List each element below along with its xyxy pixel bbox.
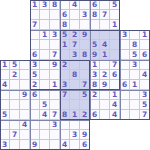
cell-r2c10[interactable] — [100, 20, 110, 30]
cell-r9c7[interactable] — [70, 90, 80, 100]
given-digit-r3c7: 2 — [70, 30, 80, 40]
cell-r10c2[interactable] — [20, 100, 30, 110]
given-digit-r5c9: 9 — [90, 50, 100, 60]
cell-r3c13[interactable] — [130, 30, 140, 40]
given-digit-r9c14: 3 — [140, 90, 150, 100]
cell-r12c4[interactable] — [40, 120, 50, 130]
cell-r12c7[interactable] — [70, 120, 80, 130]
cell-r9c12[interactable] — [120, 90, 130, 100]
cell-r10c5[interactable] — [50, 100, 60, 110]
given-digit-r3c5: 3 — [50, 30, 60, 40]
given-digit-r8c5: 1 — [50, 80, 60, 90]
given-digit-r14c6: 4 — [60, 140, 70, 150]
given-digit-r0c9: 6 — [90, 0, 100, 10]
given-digit-r12c5: 3 — [50, 120, 60, 130]
cell-r8c2[interactable] — [20, 80, 30, 90]
cell-r10c6[interactable] — [60, 100, 70, 110]
cell-r3c3[interactable] — [30, 30, 40, 40]
given-digit-r13c1: 7 — [10, 130, 20, 140]
given-digit-r5c5: 7 — [50, 50, 60, 60]
given-digit-r10c14: 5 — [140, 100, 150, 110]
cell-r1c7[interactable] — [70, 10, 80, 20]
given-digit-r14c8: 6 — [80, 140, 90, 150]
cell-r5c11[interactable] — [110, 50, 120, 60]
given-digit-r11c8: 2 — [80, 110, 90, 120]
given-digit-r6c11: 7 — [110, 60, 120, 70]
given-digit-r9c8: 5 — [80, 90, 90, 100]
given-digit-r6c5: 9 — [50, 60, 60, 70]
cell-r14c2[interactable] — [20, 140, 30, 150]
cell-r7c12[interactable] — [120, 70, 130, 80]
cell-r6c7[interactable] — [70, 60, 80, 70]
given-digit-r10c11: 4 — [110, 100, 120, 110]
given-digit-r5c14: 6 — [140, 50, 150, 60]
given-digit-r4c7: 7 — [70, 40, 80, 50]
given-digit-r1c6: 6 — [60, 10, 70, 20]
cell-r2c5[interactable] — [50, 20, 60, 30]
given-digit-r5c3: 6 — [30, 50, 40, 60]
given-digit-r9c2: 9 — [20, 90, 30, 100]
cell-r1c11[interactable] — [110, 10, 120, 20]
cell-r5c12[interactable] — [120, 50, 130, 60]
given-digit-r8c9: 8 — [90, 80, 100, 90]
cell-r8c14[interactable] — [140, 80, 150, 90]
cell-r7c8[interactable] — [80, 70, 90, 80]
cell-r2c7[interactable] — [70, 20, 80, 30]
cell-r8c4[interactable] — [40, 80, 50, 90]
given-digit-r1c8: 3 — [80, 10, 90, 20]
cell-r2c9[interactable] — [90, 20, 100, 30]
given-digit-r9c9: 2 — [90, 90, 100, 100]
given-digit-r8c8: 7 — [80, 80, 90, 90]
given-digit-r3c4: 1 — [40, 30, 50, 40]
cell-r1c5[interactable] — [50, 10, 60, 20]
cell-r8c7[interactable] — [70, 80, 80, 90]
cell-r4c14[interactable] — [140, 40, 150, 50]
given-digit-r5c8: 8 — [80, 50, 90, 60]
cell-r4c8[interactable] — [80, 40, 90, 50]
cell-r11c13[interactable] — [130, 110, 140, 120]
cell-r10c9[interactable] — [90, 100, 100, 110]
given-digit-r3c14: 1 — [140, 30, 150, 40]
given-digit-r14c3: 9 — [30, 140, 40, 150]
given-digit-r6c0: 1 — [0, 60, 10, 70]
given-digit-r7c9: 3 — [90, 70, 100, 80]
given-digit-r8c12: 6 — [120, 80, 130, 90]
given-digit-r6c9: 1 — [90, 60, 100, 70]
cell-r1c4[interactable] — [40, 10, 50, 20]
cell-r4c3[interactable] — [30, 40, 40, 50]
cell-r5c4[interactable] — [40, 50, 50, 60]
cell-r12c1[interactable] — [10, 120, 20, 130]
cell-r9c4[interactable] — [40, 90, 50, 100]
cell-r4c12[interactable] — [120, 40, 130, 50]
cell-r13c3[interactable] — [30, 130, 40, 140]
given-digit-r4c9: 5 — [90, 40, 100, 50]
given-digit-r11c4: 4 — [40, 110, 50, 120]
given-digit-r7c14: 4 — [140, 70, 150, 80]
given-digit-r0c5: 8 — [50, 0, 60, 10]
given-digit-r7c10: 2 — [100, 70, 110, 80]
cell-r0c8[interactable] — [80, 0, 90, 10]
puzzle-board: 1384656387781135293117548673891561539217… — [0, 0, 150, 150]
cell-r13c5[interactable] — [50, 130, 60, 140]
cell-r3c10[interactable] — [100, 30, 110, 40]
given-digit-r7c1: 2 — [10, 70, 20, 80]
cell-r6c4[interactable] — [40, 60, 50, 70]
cell-r13c0[interactable] — [0, 130, 10, 140]
cell-r9c13[interactable] — [130, 90, 140, 100]
given-digit-r2c6: 8 — [60, 20, 70, 30]
cell-r12c3[interactable] — [30, 120, 40, 130]
given-digit-r0c4: 3 — [40, 0, 50, 10]
given-digit-r9c6: 7 — [60, 90, 70, 100]
given-digit-r3c12: 3 — [120, 30, 130, 40]
cell-r10c3[interactable] — [30, 100, 40, 110]
given-digit-r1c9: 8 — [90, 10, 100, 20]
cell-r13c4[interactable] — [40, 130, 50, 140]
cell-r2c4[interactable] — [40, 20, 50, 30]
given-digit-r11c0: 5 — [0, 110, 10, 120]
cell-r6c12[interactable] — [120, 60, 130, 70]
given-digit-r3c8: 9 — [80, 30, 90, 40]
given-digit-r11c6: 8 — [60, 110, 70, 120]
cell-r7c13[interactable] — [130, 70, 140, 80]
cell-r12c0[interactable] — [0, 120, 10, 130]
cell-r12c8[interactable] — [80, 120, 90, 130]
cell-r6c2[interactable] — [20, 60, 30, 70]
cell-r14c1[interactable] — [10, 140, 20, 150]
given-digit-r11c5: 7 — [50, 110, 60, 120]
given-digit-r9c3: 6 — [30, 90, 40, 100]
given-digit-r3c6: 5 — [60, 30, 70, 40]
cell-r7c4[interactable] — [40, 70, 50, 80]
given-digit-r6c13: 3 — [130, 60, 140, 70]
given-digit-r0c3: 1 — [30, 0, 40, 10]
cell-r2c8[interactable] — [80, 20, 90, 30]
given-digit-r8c6: 3 — [60, 80, 70, 90]
cell-r1c3[interactable] — [30, 10, 40, 20]
cell-r13c2[interactable] — [20, 130, 30, 140]
cell-r10c8[interactable] — [80, 100, 90, 110]
given-digit-r8c3: 2 — [30, 80, 40, 90]
cell-r9c5[interactable] — [50, 90, 60, 100]
cell-r12c6[interactable] — [60, 120, 70, 130]
cell-r14c4[interactable] — [40, 140, 50, 150]
cell-r10c1[interactable] — [10, 100, 20, 110]
cell-r7c5[interactable] — [50, 70, 60, 80]
cell-r13c6[interactable] — [60, 130, 70, 140]
cell-r7c6[interactable] — [60, 70, 70, 80]
given-digit-r7c3: 5 — [30, 70, 40, 80]
given-digit-r11c9: 6 — [90, 110, 100, 120]
given-digit-r4c10: 4 — [100, 40, 110, 50]
given-digit-r5c13: 5 — [130, 50, 140, 60]
cell-r14c7[interactable] — [70, 140, 80, 150]
cell-r10c12[interactable] — [120, 100, 130, 110]
given-digit-r0c7: 4 — [70, 0, 80, 10]
cell-r6c14[interactable] — [140, 60, 150, 70]
cell-r3c11[interactable] — [110, 30, 120, 40]
given-digit-r7c7: 8 — [70, 70, 80, 80]
given-digit-r8c13: 1 — [130, 80, 140, 90]
given-digit-r13c8: 9 — [80, 130, 90, 140]
cell-r0c10[interactable] — [100, 0, 110, 10]
given-digit-r5c10: 1 — [100, 50, 110, 60]
cell-r11c10[interactable] — [100, 110, 110, 120]
cell-r14c5[interactable] — [50, 140, 60, 150]
cell-r11c1[interactable] — [10, 110, 20, 120]
cell-r10c0[interactable] — [0, 100, 10, 110]
cell-r11c3[interactable] — [30, 110, 40, 120]
given-digit-r6c1: 5 — [10, 60, 20, 70]
given-digit-r6c6: 2 — [60, 60, 70, 70]
given-digit-r8c0: 4 — [0, 80, 10, 90]
cell-r8c11[interactable] — [110, 80, 120, 90]
given-digit-r12c2: 4 — [20, 120, 30, 130]
cell-r5c6[interactable] — [60, 50, 70, 60]
cell-r10c10[interactable] — [100, 100, 110, 110]
given-digit-r11c11: 4 — [110, 110, 120, 120]
given-digit-r9c11: 1 — [110, 90, 120, 100]
cell-r10c13[interactable] — [130, 100, 140, 110]
cell-r4c5[interactable] — [50, 40, 60, 50]
given-digit-r13c7: 3 — [70, 130, 80, 140]
cell-r3c9[interactable] — [90, 30, 100, 40]
cell-r0c6[interactable] — [60, 0, 70, 10]
cell-r11c12[interactable] — [120, 110, 130, 120]
given-digit-r8c10: 9 — [100, 80, 110, 90]
given-digit-r1c10: 7 — [100, 10, 110, 20]
given-digit-r11c7: 1 — [70, 110, 80, 120]
cell-r4c4[interactable] — [40, 40, 50, 50]
cell-r9c1[interactable] — [10, 90, 20, 100]
cell-r9c0[interactable] — [0, 90, 10, 100]
given-digit-r11c14: 7 — [140, 110, 150, 120]
cell-r10c7[interactable] — [70, 100, 80, 110]
cell-r7c0[interactable] — [0, 70, 10, 80]
cell-r6c8[interactable] — [80, 60, 90, 70]
given-digit-r7c11: 6 — [110, 70, 120, 80]
given-digit-r5c7: 3 — [70, 50, 80, 60]
cell-r4c11[interactable] — [110, 40, 120, 50]
given-digit-r4c6: 1 — [60, 40, 70, 50]
given-digit-r14c0: 3 — [0, 140, 10, 150]
given-digit-r2c11: 1 — [110, 20, 120, 30]
given-digit-r0c11: 5 — [110, 0, 120, 10]
given-digit-r6c3: 3 — [30, 60, 40, 70]
cell-r7c2[interactable] — [20, 70, 30, 80]
cell-r6c10[interactable] — [100, 60, 110, 70]
cell-r8c1[interactable] — [10, 80, 20, 90]
given-digit-r10c4: 5 — [40, 100, 50, 110]
given-digit-r4c13: 8 — [130, 40, 140, 50]
given-digit-r2c3: 7 — [30, 20, 40, 30]
cell-r9c10[interactable] — [100, 90, 110, 100]
cell-r11c2[interactable] — [20, 110, 30, 120]
